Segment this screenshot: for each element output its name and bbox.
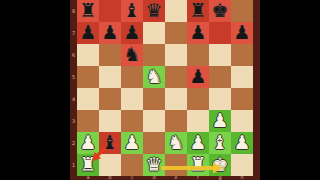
piece-white-king: ♚ [209, 153, 231, 175]
square-d6[interactable] [143, 44, 165, 66]
square-d8[interactable]: ♛ [143, 0, 165, 22]
square-d5[interactable]: ♞ [143, 66, 165, 88]
piece-black-knight: ♞ [121, 43, 143, 65]
piece-black-pawn: ♟ [187, 65, 209, 87]
piece-white-knight: ♞ [143, 65, 165, 87]
square-b2[interactable]: ♝ [99, 132, 121, 154]
piece-black-pawn: ♟ [77, 21, 99, 43]
square-f7[interactable]: ♟ [187, 22, 209, 44]
piece-black-bishop: ♝ [99, 131, 121, 153]
piece-black-king: ♚ [209, 0, 231, 21]
square-c4[interactable] [121, 88, 143, 110]
square-h5[interactable] [231, 66, 253, 88]
piece-white-pawn: ♟ [209, 109, 231, 131]
square-g3[interactable]: ♟ [209, 110, 231, 132]
rank-label-1: 1 [70, 163, 77, 168]
chess-board: ♜♝♛♜♚♟♟♟♟♟♞♞♟♟♟♝♟♞♟♝♟♜♛♜♚ [77, 0, 253, 176]
square-h8[interactable] [231, 0, 253, 22]
square-a5[interactable] [77, 66, 99, 88]
piece-white-knight: ♞ [165, 131, 187, 153]
square-c2[interactable]: ♟ [121, 132, 143, 154]
square-b8[interactable] [99, 0, 121, 22]
chess-screenshot: 87654321 abcdefgh ♜♝♛♜♚♟♟♟♟♟♞♞♟♟♟♝♟♞♟♝♟♜… [0, 0, 320, 180]
piece-black-queen: ♛ [143, 0, 165, 21]
square-e6[interactable] [165, 44, 187, 66]
square-h2[interactable]: ♟ [231, 132, 253, 154]
square-a1[interactable]: ♜ [77, 154, 99, 176]
square-c7[interactable]: ♟ [121, 22, 143, 44]
square-c8[interactable]: ♝ [121, 0, 143, 22]
square-c5[interactable] [121, 66, 143, 88]
piece-white-rook: ♜ [77, 153, 99, 175]
piece-black-pawn: ♟ [187, 21, 209, 43]
square-c3[interactable] [121, 110, 143, 132]
square-g2[interactable]: ♝ [209, 132, 231, 154]
square-a7[interactable]: ♟ [77, 22, 99, 44]
square-f1[interactable]: ♜ [187, 154, 209, 176]
square-e3[interactable] [165, 110, 187, 132]
piece-white-pawn: ♟ [121, 131, 143, 153]
rank-label-5: 5 [70, 75, 77, 80]
piece-black-rook: ♜ [187, 0, 209, 21]
square-e1[interactable] [165, 154, 187, 176]
square-h4[interactable] [231, 88, 253, 110]
square-f6[interactable] [187, 44, 209, 66]
square-h1[interactable] [231, 154, 253, 176]
square-d1[interactable]: ♛ [143, 154, 165, 176]
square-f4[interactable] [187, 88, 209, 110]
letterbox-left [0, 0, 70, 180]
letterbox-right [260, 0, 320, 180]
square-h3[interactable] [231, 110, 253, 132]
square-a3[interactable] [77, 110, 99, 132]
square-b3[interactable] [99, 110, 121, 132]
piece-white-queen: ♛ [143, 153, 165, 175]
piece-white-pawn: ♟ [187, 131, 209, 153]
piece-white-pawn: ♟ [231, 131, 253, 153]
square-d3[interactable] [143, 110, 165, 132]
board-frame: 87654321 abcdefgh ♜♝♛♜♚♟♟♟♟♟♞♞♟♟♟♝♟♞♟♝♟♜… [70, 0, 260, 180]
square-e5[interactable] [165, 66, 187, 88]
piece-white-rook: ♜ [187, 153, 209, 175]
square-d2[interactable] [143, 132, 165, 154]
square-b1[interactable] [99, 154, 121, 176]
rank-label-4: 4 [70, 97, 77, 102]
square-a4[interactable] [77, 88, 99, 110]
square-e7[interactable] [165, 22, 187, 44]
piece-white-bishop: ♝ [209, 131, 231, 153]
square-e8[interactable] [165, 0, 187, 22]
rank-label-6: 6 [70, 53, 77, 58]
square-g7[interactable] [209, 22, 231, 44]
square-b5[interactable] [99, 66, 121, 88]
square-h6[interactable] [231, 44, 253, 66]
square-h7[interactable]: ♟ [231, 22, 253, 44]
square-a8[interactable]: ♜ [77, 0, 99, 22]
square-b4[interactable] [99, 88, 121, 110]
rank-label-7: 7 [70, 31, 77, 36]
square-g6[interactable] [209, 44, 231, 66]
rank-label-3: 3 [70, 119, 77, 124]
square-c6[interactable]: ♞ [121, 44, 143, 66]
square-g8[interactable]: ♚ [209, 0, 231, 22]
square-g4[interactable] [209, 88, 231, 110]
square-f8[interactable]: ♜ [187, 0, 209, 22]
square-g1[interactable]: ♚ [209, 154, 231, 176]
piece-black-pawn: ♟ [99, 21, 121, 43]
square-b6[interactable] [99, 44, 121, 66]
piece-black-bishop: ♝ [121, 0, 143, 21]
square-a2[interactable]: ♟ [77, 132, 99, 154]
rank-label-8: 8 [70, 9, 77, 14]
square-a6[interactable] [77, 44, 99, 66]
square-f3[interactable] [187, 110, 209, 132]
square-g5[interactable] [209, 66, 231, 88]
piece-black-pawn: ♟ [231, 21, 253, 43]
piece-white-pawn: ♟ [77, 131, 99, 153]
square-e4[interactable] [165, 88, 187, 110]
piece-black-pawn: ♟ [121, 21, 143, 43]
square-b7[interactable]: ♟ [99, 22, 121, 44]
piece-black-rook: ♜ [77, 0, 99, 21]
square-f5[interactable]: ♟ [187, 66, 209, 88]
square-d4[interactable] [143, 88, 165, 110]
square-f2[interactable]: ♟ [187, 132, 209, 154]
square-c1[interactable] [121, 154, 143, 176]
square-e2[interactable]: ♞ [165, 132, 187, 154]
square-d7[interactable] [143, 22, 165, 44]
rank-label-2: 2 [70, 141, 77, 146]
